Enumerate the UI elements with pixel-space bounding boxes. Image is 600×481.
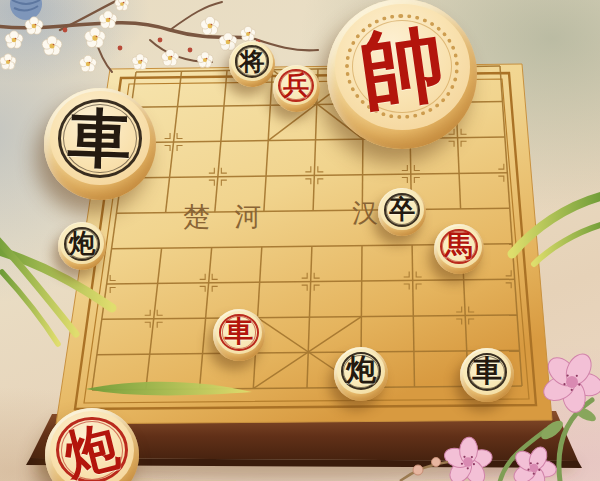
piece-red-chariot[interactable]: 車 xyxy=(213,309,265,361)
river-label-left: 楚 河 xyxy=(183,201,270,232)
yarn-ball xyxy=(10,0,42,20)
piece-glyph: 帥 xyxy=(355,19,450,114)
decorative-piece-giant-red-general: 帥 xyxy=(327,0,477,149)
piece-red-horse[interactable]: 馬 xyxy=(434,224,484,274)
piece-glyph: 馬 xyxy=(445,232,473,260)
piece-glyph: 将 xyxy=(239,49,264,74)
piece-black-chariot[interactable]: 車 xyxy=(460,348,514,402)
piece-black-soldier[interactable]: 卒 xyxy=(378,188,426,236)
piece-glyph: 炮 xyxy=(69,230,95,256)
piece-glyph: 炮 xyxy=(346,356,376,386)
piece-black-cannon-left[interactable]: 炮 xyxy=(58,222,106,270)
piece-red-soldier[interactable]: 兵 xyxy=(273,65,320,112)
decorative-piece-giant-black-chariot: 車 xyxy=(44,88,156,200)
piece-glyph: 卒 xyxy=(389,196,415,222)
piece-glyph: 車 xyxy=(67,106,132,171)
xiangqi-scene: 楚 河 汉 界 将兵卒馬炮車炮車帥車炮 xyxy=(0,0,600,481)
piece-black-general[interactable]: 将 xyxy=(229,41,275,87)
piece-glyph: 車 xyxy=(472,357,502,387)
piece-black-cannon-bottom[interactable]: 炮 xyxy=(334,347,388,401)
piece-glyph: 兵 xyxy=(283,72,309,98)
piece-glyph: 車 xyxy=(224,317,253,346)
